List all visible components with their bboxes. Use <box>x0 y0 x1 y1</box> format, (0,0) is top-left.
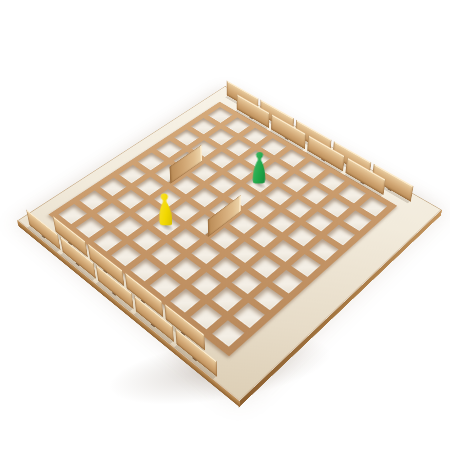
grid-cell <box>282 173 309 192</box>
grid-cell <box>172 201 200 221</box>
grid-cell <box>119 165 146 183</box>
grid-cell <box>253 286 284 310</box>
grid-cell <box>230 241 259 263</box>
grid-cell <box>96 203 124 223</box>
grid-cell <box>208 128 233 145</box>
grid-cell <box>191 242 220 264</box>
grid-cell <box>309 239 338 261</box>
product-photo-stage <box>0 0 450 450</box>
grid-cell <box>208 107 233 123</box>
scene <box>0 0 450 450</box>
grid-cell <box>171 257 201 280</box>
grid-cell <box>226 139 252 156</box>
grid-cell <box>261 138 287 155</box>
grid-cell <box>191 118 216 134</box>
grid-cell <box>267 212 295 232</box>
grid-cell <box>225 117 250 133</box>
quoridor-board <box>18 86 442 401</box>
grid-cell <box>318 172 345 191</box>
grid-cell <box>233 303 264 328</box>
grid-cell <box>191 272 221 295</box>
grid-cell <box>299 161 325 179</box>
grid-cell <box>99 177 126 196</box>
grid-cell <box>265 186 292 205</box>
grid-cell <box>232 271 262 294</box>
grid-cell <box>132 229 161 250</box>
grid-cell <box>247 199 275 219</box>
grid-cell <box>211 256 241 279</box>
grid-cell <box>212 287 243 311</box>
grid-cell <box>251 255 281 278</box>
grid-cell <box>114 216 142 237</box>
